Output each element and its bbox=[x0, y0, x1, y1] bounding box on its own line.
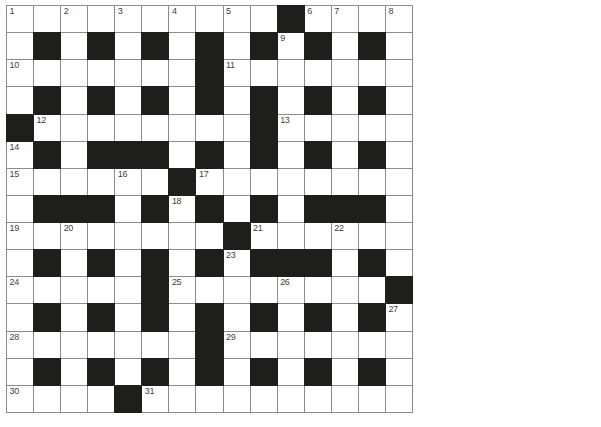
cell-r1c10[interactable] bbox=[251, 6, 277, 32]
cell-r8c9[interactable] bbox=[224, 196, 250, 222]
cell-r7c12[interactable] bbox=[305, 169, 331, 195]
cell-r6c1[interactable]: 14 bbox=[7, 142, 33, 168]
cell-r9c15[interactable] bbox=[386, 223, 412, 249]
cell-r4c7[interactable] bbox=[169, 87, 195, 113]
cell-r5c1 bbox=[7, 115, 33, 141]
cell-r5c7[interactable] bbox=[169, 115, 195, 141]
cell-r5c14[interactable] bbox=[359, 115, 385, 141]
cell-r14c11[interactable] bbox=[278, 359, 304, 385]
cell-r2c11[interactable]: 9 bbox=[278, 33, 304, 59]
cell-r15c4[interactable] bbox=[88, 386, 114, 412]
cell-r8c14 bbox=[359, 196, 385, 222]
cell-r11c7[interactable]: 25 bbox=[169, 277, 195, 303]
cell-r5c15[interactable] bbox=[386, 115, 412, 141]
clue-number: 10 bbox=[10, 61, 19, 70]
cell-r14c13[interactable] bbox=[332, 359, 358, 385]
cell-r8c1[interactable] bbox=[7, 196, 33, 222]
cell-r1c11 bbox=[278, 6, 304, 32]
cell-r4c2 bbox=[34, 87, 60, 113]
cell-r2c14 bbox=[359, 33, 385, 59]
cell-r4c8 bbox=[196, 87, 222, 113]
cell-r6c14 bbox=[359, 142, 385, 168]
cell-r10c4 bbox=[88, 250, 114, 276]
cell-r4c5[interactable] bbox=[115, 87, 141, 113]
cell-r14c12 bbox=[305, 359, 331, 385]
cell-r2c4 bbox=[88, 33, 114, 59]
cell-r11c12[interactable] bbox=[305, 277, 331, 303]
cell-r8c8 bbox=[196, 196, 222, 222]
cell-r4c10 bbox=[251, 87, 277, 113]
cell-r3c10[interactable] bbox=[251, 60, 277, 86]
cell-r10c8 bbox=[196, 250, 222, 276]
cell-r10c12 bbox=[305, 250, 331, 276]
cell-r7c3[interactable] bbox=[61, 169, 87, 195]
cell-r4c13[interactable] bbox=[332, 87, 358, 113]
cell-r7c14[interactable] bbox=[359, 169, 385, 195]
cell-r2c7[interactable] bbox=[169, 33, 195, 59]
cell-r13c3[interactable] bbox=[61, 332, 87, 358]
cell-r15c1[interactable]: 30 bbox=[7, 386, 33, 412]
cell-r12c15[interactable]: 27 bbox=[386, 304, 412, 330]
cell-r10c3[interactable] bbox=[61, 250, 87, 276]
clue-number: 31 bbox=[145, 387, 154, 396]
clue-number: 25 bbox=[172, 278, 181, 287]
cell-r7c5[interactable]: 16 bbox=[115, 169, 141, 195]
cell-r4c12 bbox=[305, 87, 331, 113]
cell-r2c3[interactable] bbox=[61, 33, 87, 59]
cell-r14c7[interactable] bbox=[169, 359, 195, 385]
cell-r3c15[interactable] bbox=[386, 60, 412, 86]
clue-number: 22 bbox=[334, 224, 343, 233]
cell-r14c15[interactable] bbox=[386, 359, 412, 385]
cell-r9c11[interactable] bbox=[278, 223, 304, 249]
cell-r11c2[interactable] bbox=[34, 277, 60, 303]
cell-r11c10[interactable] bbox=[251, 277, 277, 303]
cell-r8c5[interactable] bbox=[115, 196, 141, 222]
clue-number: 19 bbox=[10, 224, 19, 233]
clue-number: 3 bbox=[118, 7, 123, 16]
cell-r12c13[interactable] bbox=[332, 304, 358, 330]
cell-r10c2 bbox=[34, 250, 60, 276]
cell-r2c13[interactable] bbox=[332, 33, 358, 59]
clue-number: 8 bbox=[388, 7, 393, 16]
cell-r15c8[interactable] bbox=[196, 386, 222, 412]
cell-r15c2[interactable] bbox=[34, 386, 60, 412]
cell-r7c2[interactable] bbox=[34, 169, 60, 195]
cell-r4c14 bbox=[359, 87, 385, 113]
cell-r7c11[interactable] bbox=[278, 169, 304, 195]
cell-r6c8 bbox=[196, 142, 222, 168]
cell-r8c13 bbox=[332, 196, 358, 222]
cell-r15c9[interactable] bbox=[224, 386, 250, 412]
cell-r12c10 bbox=[251, 304, 277, 330]
cell-r6c11[interactable] bbox=[278, 142, 304, 168]
cell-r5c10 bbox=[251, 115, 277, 141]
clue-number: 26 bbox=[280, 278, 289, 287]
cell-r2c15[interactable] bbox=[386, 33, 412, 59]
cell-r13c10[interactable] bbox=[251, 332, 277, 358]
cell-r15c12[interactable] bbox=[305, 386, 331, 412]
cell-r9c5[interactable] bbox=[115, 223, 141, 249]
cell-r6c10 bbox=[251, 142, 277, 168]
clue-number: 13 bbox=[280, 116, 289, 125]
cell-r6c13[interactable] bbox=[332, 142, 358, 168]
cell-r13c7[interactable] bbox=[169, 332, 195, 358]
cell-r4c3[interactable] bbox=[61, 87, 87, 113]
cell-r1c9[interactable]: 5 bbox=[224, 6, 250, 32]
cell-r1c5[interactable]: 3 bbox=[115, 6, 141, 32]
cell-r3c4[interactable] bbox=[88, 60, 114, 86]
cell-r2c12 bbox=[305, 33, 331, 59]
cell-r6c7[interactable] bbox=[169, 142, 195, 168]
cell-r2c6 bbox=[142, 33, 168, 59]
cell-r5c2[interactable]: 12 bbox=[34, 115, 60, 141]
cell-r3c6[interactable] bbox=[142, 60, 168, 86]
clue-number: 21 bbox=[253, 224, 262, 233]
cell-r14c3[interactable] bbox=[61, 359, 87, 385]
clue-number: 27 bbox=[388, 305, 397, 314]
cell-r1c15[interactable]: 8 bbox=[386, 6, 412, 32]
cell-r6c3[interactable] bbox=[61, 142, 87, 168]
cell-r10c7[interactable] bbox=[169, 250, 195, 276]
crossword-board: 1234567891011121314151617181920212223242… bbox=[6, 5, 413, 413]
clue-number: 6 bbox=[307, 7, 312, 16]
cell-r13c12[interactable] bbox=[305, 332, 331, 358]
cell-r11c14[interactable] bbox=[359, 277, 385, 303]
cell-r14c2 bbox=[34, 359, 60, 385]
cell-r12c14 bbox=[359, 304, 385, 330]
clue-number: 12 bbox=[37, 116, 46, 125]
cell-r10c11 bbox=[278, 250, 304, 276]
clue-number: 17 bbox=[199, 170, 208, 179]
cell-r1c13[interactable]: 7 bbox=[332, 6, 358, 32]
cell-r11c9[interactable] bbox=[224, 277, 250, 303]
cell-r3c3[interactable] bbox=[61, 60, 87, 86]
cell-r15c15[interactable] bbox=[386, 386, 412, 412]
cell-r3c13[interactable] bbox=[332, 60, 358, 86]
clue-number: 11 bbox=[226, 61, 235, 70]
cell-r15c14[interactable] bbox=[359, 386, 385, 412]
clue-number: 20 bbox=[64, 224, 73, 233]
cell-r9c2[interactable] bbox=[34, 223, 60, 249]
cell-r15c6[interactable]: 31 bbox=[142, 386, 168, 412]
cell-r8c7[interactable]: 18 bbox=[169, 196, 195, 222]
clue-number: 15 bbox=[10, 170, 19, 179]
cell-r12c5[interactable] bbox=[115, 304, 141, 330]
cell-r1c8[interactable] bbox=[196, 6, 222, 32]
cell-r9c14[interactable] bbox=[359, 223, 385, 249]
cell-r7c8[interactable]: 17 bbox=[196, 169, 222, 195]
cell-r14c9[interactable] bbox=[224, 359, 250, 385]
cell-r2c1[interactable] bbox=[7, 33, 33, 59]
clue-number: 23 bbox=[226, 251, 235, 260]
cell-r12c6 bbox=[142, 304, 168, 330]
cell-r13c11[interactable] bbox=[278, 332, 304, 358]
cell-r3c1[interactable]: 10 bbox=[7, 60, 33, 86]
cell-r2c8 bbox=[196, 33, 222, 59]
cell-r11c3[interactable] bbox=[61, 277, 87, 303]
cell-r10c1[interactable] bbox=[7, 250, 33, 276]
cell-r3c14[interactable] bbox=[359, 60, 385, 86]
cell-r11c6 bbox=[142, 277, 168, 303]
cell-r3c2[interactable] bbox=[34, 60, 60, 86]
clue-number: 30 bbox=[10, 387, 19, 396]
cell-r3c9[interactable]: 11 bbox=[224, 60, 250, 86]
cell-r14c4 bbox=[88, 359, 114, 385]
cell-r8c6 bbox=[142, 196, 168, 222]
clue-number: 29 bbox=[226, 333, 235, 342]
cell-r6c5 bbox=[115, 142, 141, 168]
cell-r13c14[interactable] bbox=[359, 332, 385, 358]
cell-r7c10[interactable] bbox=[251, 169, 277, 195]
cell-r4c6 bbox=[142, 87, 168, 113]
cell-r14c14 bbox=[359, 359, 385, 385]
cell-r7c1[interactable]: 15 bbox=[7, 169, 33, 195]
cell-r15c5 bbox=[115, 386, 141, 412]
clue-number: 7 bbox=[334, 7, 339, 16]
cell-r15c13[interactable] bbox=[332, 386, 358, 412]
cell-r8c15[interactable] bbox=[386, 196, 412, 222]
cell-r15c3[interactable] bbox=[61, 386, 87, 412]
cell-r1c4[interactable] bbox=[88, 6, 114, 32]
cell-r4c11[interactable] bbox=[278, 87, 304, 113]
cell-r9c6[interactable] bbox=[142, 223, 168, 249]
cell-r13c2[interactable] bbox=[34, 332, 60, 358]
cell-r13c4[interactable] bbox=[88, 332, 114, 358]
cell-r12c1[interactable] bbox=[7, 304, 33, 330]
cell-r14c8 bbox=[196, 359, 222, 385]
clue-number: 24 bbox=[10, 278, 19, 287]
cell-r5c5[interactable] bbox=[115, 115, 141, 141]
cell-r1c1[interactable]: 1 bbox=[7, 6, 33, 32]
cell-r13c9[interactable]: 29 bbox=[224, 332, 250, 358]
cell-r11c13[interactable] bbox=[332, 277, 358, 303]
cell-r14c5[interactable] bbox=[115, 359, 141, 385]
cell-r9c12[interactable] bbox=[305, 223, 331, 249]
cell-r4c4 bbox=[88, 87, 114, 113]
cell-r5c8[interactable] bbox=[196, 115, 222, 141]
cell-r15c11[interactable] bbox=[278, 386, 304, 412]
cell-r13c5[interactable] bbox=[115, 332, 141, 358]
cell-r8c10 bbox=[251, 196, 277, 222]
cell-r11c5[interactable] bbox=[115, 277, 141, 303]
cell-r12c8 bbox=[196, 304, 222, 330]
cell-r11c1[interactable]: 24 bbox=[7, 277, 33, 303]
cell-r3c11[interactable] bbox=[278, 60, 304, 86]
cell-r2c5[interactable] bbox=[115, 33, 141, 59]
cell-r7c4[interactable] bbox=[88, 169, 114, 195]
cell-r9c3[interactable]: 20 bbox=[61, 223, 87, 249]
clue-number: 28 bbox=[10, 333, 19, 342]
cell-r6c2 bbox=[34, 142, 60, 168]
cell-r5c4[interactable] bbox=[88, 115, 114, 141]
clue-number: 9 bbox=[280, 34, 285, 43]
cell-r10c15[interactable] bbox=[386, 250, 412, 276]
cell-r12c7[interactable] bbox=[169, 304, 195, 330]
cell-r15c7[interactable] bbox=[169, 386, 195, 412]
cell-r5c3[interactable] bbox=[61, 115, 87, 141]
cell-r10c6 bbox=[142, 250, 168, 276]
cell-r8c2 bbox=[34, 196, 60, 222]
clue-number: 4 bbox=[172, 7, 177, 16]
cell-r11c15 bbox=[386, 277, 412, 303]
cell-r13c6[interactable] bbox=[142, 332, 168, 358]
cell-r8c11[interactable] bbox=[278, 196, 304, 222]
cell-r8c4 bbox=[88, 196, 114, 222]
cell-r4c15[interactable] bbox=[386, 87, 412, 113]
cell-r5c9[interactable] bbox=[224, 115, 250, 141]
cell-r2c10 bbox=[251, 33, 277, 59]
cell-r1c2[interactable] bbox=[34, 6, 60, 32]
cell-r9c1[interactable]: 19 bbox=[7, 223, 33, 249]
cell-r3c12[interactable] bbox=[305, 60, 331, 86]
cell-r1c7[interactable]: 4 bbox=[169, 6, 195, 32]
cell-r13c8 bbox=[196, 332, 222, 358]
cell-r6c12 bbox=[305, 142, 331, 168]
cell-r5c11[interactable]: 13 bbox=[278, 115, 304, 141]
cell-r7c9[interactable] bbox=[224, 169, 250, 195]
cell-r8c12 bbox=[305, 196, 331, 222]
clue-number: 2 bbox=[64, 7, 69, 16]
cell-r10c5[interactable] bbox=[115, 250, 141, 276]
cell-r10c14 bbox=[359, 250, 385, 276]
cell-r9c13[interactable]: 22 bbox=[332, 223, 358, 249]
clue-number: 14 bbox=[10, 143, 19, 152]
cell-r12c4 bbox=[88, 304, 114, 330]
cell-r1c3[interactable]: 2 bbox=[61, 6, 87, 32]
cell-r7c13[interactable] bbox=[332, 169, 358, 195]
cell-r9c7[interactable] bbox=[169, 223, 195, 249]
cell-r6c4 bbox=[88, 142, 114, 168]
cell-r4c9[interactable] bbox=[224, 87, 250, 113]
cell-r11c8[interactable] bbox=[196, 277, 222, 303]
cell-r7c15[interactable] bbox=[386, 169, 412, 195]
cell-r6c15[interactable] bbox=[386, 142, 412, 168]
cell-r4c1[interactable] bbox=[7, 87, 33, 113]
cell-r15c10[interactable] bbox=[251, 386, 277, 412]
cell-r5c13[interactable] bbox=[332, 115, 358, 141]
cell-r10c10 bbox=[251, 250, 277, 276]
cell-r1c14[interactable] bbox=[359, 6, 385, 32]
crossword-page: 1234567891011121314151617181920212223242… bbox=[0, 0, 601, 427]
cell-r3c8 bbox=[196, 60, 222, 86]
cell-r13c13[interactable] bbox=[332, 332, 358, 358]
cell-r5c6[interactable] bbox=[142, 115, 168, 141]
clue-number: 1 bbox=[10, 7, 15, 16]
cell-r1c6[interactable] bbox=[142, 6, 168, 32]
cell-r11c4[interactable] bbox=[88, 277, 114, 303]
cell-r14c6 bbox=[142, 359, 168, 385]
cell-r7c7 bbox=[169, 169, 195, 195]
cell-r8c3 bbox=[61, 196, 87, 222]
cell-r6c6 bbox=[142, 142, 168, 168]
clue-number: 18 bbox=[172, 197, 181, 206]
cell-r14c1[interactable] bbox=[7, 359, 33, 385]
cell-r11c11[interactable]: 26 bbox=[278, 277, 304, 303]
cell-r12c12 bbox=[305, 304, 331, 330]
cell-r13c1[interactable]: 28 bbox=[7, 332, 33, 358]
cell-r9c9 bbox=[224, 223, 250, 249]
cell-r12c9[interactable] bbox=[224, 304, 250, 330]
cell-r2c2 bbox=[34, 33, 60, 59]
cell-r6c9[interactable] bbox=[224, 142, 250, 168]
cell-r7c6[interactable] bbox=[142, 169, 168, 195]
cell-r13c15[interactable] bbox=[386, 332, 412, 358]
cell-r3c5[interactable] bbox=[115, 60, 141, 86]
cell-r10c13[interactable] bbox=[332, 250, 358, 276]
cell-r10c9[interactable]: 23 bbox=[224, 250, 250, 276]
cell-r2c9[interactable] bbox=[224, 33, 250, 59]
clue-number: 5 bbox=[226, 7, 231, 16]
cell-r5c12[interactable] bbox=[305, 115, 331, 141]
cell-r9c4[interactable] bbox=[88, 223, 114, 249]
cell-r12c3[interactable] bbox=[61, 304, 87, 330]
clue-number: 16 bbox=[118, 170, 127, 179]
cell-r9c10[interactable]: 21 bbox=[251, 223, 277, 249]
cell-r1c12[interactable]: 6 bbox=[305, 6, 331, 32]
cell-r14c10 bbox=[251, 359, 277, 385]
cell-r12c11[interactable] bbox=[278, 304, 304, 330]
cell-r12c2 bbox=[34, 304, 60, 330]
cell-r3c7[interactable] bbox=[169, 60, 195, 86]
cell-r9c8[interactable] bbox=[196, 223, 222, 249]
